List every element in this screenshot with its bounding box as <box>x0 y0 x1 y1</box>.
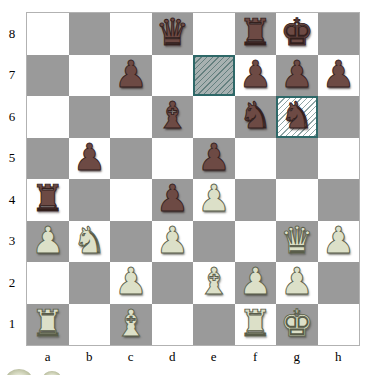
rank-label-5: 5 <box>0 138 24 180</box>
square-h8[interactable] <box>318 13 360 55</box>
piece-black-queen[interactable]: ♛ <box>156 14 189 51</box>
piece-white-queen[interactable]: ♛ <box>280 222 313 259</box>
square-h5[interactable] <box>318 138 360 180</box>
square-d4[interactable]: ♟ <box>152 179 194 221</box>
piece-white-bishop[interactable]: ♝ <box>114 305 147 342</box>
square-g2[interactable]: ♟ <box>276 262 318 304</box>
square-f7[interactable]: ♟ <box>235 55 277 97</box>
piece-white-pawn[interactable]: ♟ <box>156 222 189 259</box>
square-f1[interactable]: ♜ <box>235 304 277 346</box>
square-b3[interactable]: ♞ <box>69 221 111 263</box>
square-g6[interactable]: ♞ <box>276 96 318 138</box>
square-b5[interactable]: ♟ <box>69 138 111 180</box>
square-f5[interactable] <box>235 138 277 180</box>
piece-black-pawn[interactable]: ♟ <box>73 139 106 176</box>
piece-black-pawn[interactable]: ♟ <box>322 56 355 93</box>
piece-white-bishop[interactable]: ♝ <box>197 263 230 300</box>
square-g8[interactable]: ♚ <box>276 13 318 55</box>
rank-label-4: 4 <box>0 179 24 221</box>
square-c6[interactable] <box>110 96 152 138</box>
piece-white-pawn[interactable]: ♟ <box>239 263 272 300</box>
square-c1[interactable]: ♝ <box>110 304 152 346</box>
square-b8[interactable] <box>69 13 111 55</box>
square-f8[interactable]: ♜ <box>235 13 277 55</box>
square-c2[interactable]: ♟ <box>110 262 152 304</box>
square-e2[interactable]: ♝ <box>193 262 235 304</box>
file-label-h: h <box>318 348 360 366</box>
square-d1[interactable] <box>152 304 194 346</box>
piece-black-pawn[interactable]: ♟ <box>197 139 230 176</box>
square-a8[interactable] <box>27 13 69 55</box>
piece-black-pawn[interactable]: ♟ <box>114 56 147 93</box>
square-h2[interactable] <box>318 262 360 304</box>
file-label-g: g <box>276 348 318 366</box>
chess-board[interactable]: ♛♜♚♟♟♟♟♝♞♞♟♟♜♟♟♟♞♟♛♟♟♝♟♟♜♝♜♚ <box>26 12 360 346</box>
cut-off-piece-artifact <box>6 369 32 375</box>
file-label-b: b <box>69 348 111 366</box>
piece-black-king[interactable]: ♚ <box>280 14 313 51</box>
piece-white-pawn[interactable]: ♟ <box>114 263 147 300</box>
piece-white-knight[interactable]: ♞ <box>73 222 106 259</box>
square-f2[interactable]: ♟ <box>235 262 277 304</box>
square-h4[interactable] <box>318 179 360 221</box>
square-f4[interactable] <box>235 179 277 221</box>
rank-label-3: 3 <box>0 221 24 263</box>
square-b7[interactable] <box>69 55 111 97</box>
square-h6[interactable] <box>318 96 360 138</box>
piece-black-pawn[interactable]: ♟ <box>239 56 272 93</box>
file-label-c: c <box>110 348 152 366</box>
chess-app: 87654321 ♛♜♚♟♟♟♟♝♞♞♟♟♜♟♟♟♞♟♛♟♟♝♟♟♜♝♜♚ ab… <box>0 0 374 375</box>
square-a3[interactable]: ♟ <box>27 221 69 263</box>
file-label-e: e <box>193 348 235 366</box>
piece-black-pawn[interactable]: ♟ <box>156 180 189 217</box>
square-d3[interactable]: ♟ <box>152 221 194 263</box>
piece-black-rook[interactable]: ♜ <box>239 14 272 51</box>
piece-white-pawn[interactable]: ♟ <box>197 180 230 217</box>
square-d8[interactable]: ♛ <box>152 13 194 55</box>
square-c4[interactable] <box>110 179 152 221</box>
file-labels: abcdefgh <box>27 348 359 366</box>
square-e1[interactable] <box>193 304 235 346</box>
square-d7[interactable] <box>152 55 194 97</box>
square-e7[interactable] <box>193 55 235 97</box>
piece-black-rook[interactable]: ♜ <box>31 180 64 217</box>
piece-black-pawn[interactable]: ♟ <box>280 56 313 93</box>
rank-label-2: 2 <box>0 262 24 304</box>
square-g4[interactable] <box>276 179 318 221</box>
piece-white-pawn[interactable]: ♟ <box>322 222 355 259</box>
square-d6[interactable]: ♝ <box>152 96 194 138</box>
piece-black-bishop[interactable]: ♝ <box>156 97 189 134</box>
square-a6[interactable] <box>27 96 69 138</box>
square-h1[interactable] <box>318 304 360 346</box>
square-h7[interactable]: ♟ <box>318 55 360 97</box>
piece-white-pawn[interactable]: ♟ <box>31 222 64 259</box>
square-b6[interactable] <box>69 96 111 138</box>
square-d5[interactable] <box>152 138 194 180</box>
square-b1[interactable] <box>69 304 111 346</box>
square-d2[interactable] <box>152 262 194 304</box>
square-h3[interactable]: ♟ <box>318 221 360 263</box>
file-label-a: a <box>27 348 69 366</box>
rank-label-8: 8 <box>0 13 24 55</box>
piece-white-pawn[interactable]: ♟ <box>280 263 313 300</box>
square-g1[interactable]: ♚ <box>276 304 318 346</box>
cut-off-piece-artifact <box>43 371 61 375</box>
square-c8[interactable] <box>110 13 152 55</box>
square-a7[interactable] <box>27 55 69 97</box>
piece-white-rook[interactable]: ♜ <box>31 305 64 342</box>
square-b4[interactable] <box>69 179 111 221</box>
square-f6[interactable]: ♞ <box>235 96 277 138</box>
square-e5[interactable]: ♟ <box>193 138 235 180</box>
square-a4[interactable]: ♜ <box>27 179 69 221</box>
piece-white-king[interactable]: ♚ <box>280 305 313 342</box>
square-f3[interactable] <box>235 221 277 263</box>
rank-labels: 87654321 <box>0 13 24 345</box>
square-e3[interactable] <box>193 221 235 263</box>
square-e4[interactable]: ♟ <box>193 179 235 221</box>
square-g7[interactable]: ♟ <box>276 55 318 97</box>
file-label-f: f <box>235 348 277 366</box>
square-a2[interactable] <box>27 262 69 304</box>
square-g5[interactable] <box>276 138 318 180</box>
square-a5[interactable] <box>27 138 69 180</box>
square-c3[interactable] <box>110 221 152 263</box>
rank-label-1: 1 <box>0 304 24 346</box>
rank-label-6: 6 <box>0 96 24 138</box>
piece-white-rook[interactable]: ♜ <box>239 305 272 342</box>
square-c5[interactable] <box>110 138 152 180</box>
file-label-d: d <box>152 348 194 366</box>
square-a1[interactable]: ♜ <box>27 304 69 346</box>
square-c7[interactable]: ♟ <box>110 55 152 97</box>
square-b2[interactable] <box>69 262 111 304</box>
piece-black-knight[interactable]: ♞ <box>280 97 313 134</box>
piece-black-knight[interactable]: ♞ <box>239 97 272 134</box>
square-e6[interactable] <box>193 96 235 138</box>
rank-label-7: 7 <box>0 55 24 97</box>
square-g3[interactable]: ♛ <box>276 221 318 263</box>
square-e8[interactable] <box>193 13 235 55</box>
